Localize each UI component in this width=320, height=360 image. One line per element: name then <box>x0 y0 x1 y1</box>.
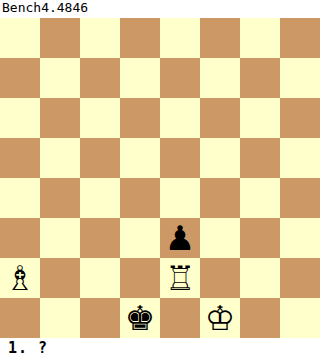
square-g5[interactable] <box>240 138 280 178</box>
square-h4[interactable] <box>280 178 320 218</box>
square-d3[interactable] <box>120 218 160 258</box>
square-c4[interactable] <box>80 178 120 218</box>
chess-app: Bench4.4846 ♟♗♖♚♔ 1. ? <box>0 0 320 360</box>
square-d5[interactable] <box>120 138 160 178</box>
square-a4[interactable] <box>0 178 40 218</box>
square-d7[interactable] <box>120 58 160 98</box>
square-b4[interactable] <box>40 178 80 218</box>
square-f7[interactable] <box>200 58 240 98</box>
square-c5[interactable] <box>80 138 120 178</box>
square-g6[interactable] <box>240 98 280 138</box>
square-c8[interactable] <box>80 18 120 58</box>
window-title: Bench4.4846 <box>0 0 320 18</box>
square-a6[interactable] <box>0 98 40 138</box>
square-e7[interactable] <box>160 58 200 98</box>
square-g8[interactable] <box>240 18 280 58</box>
square-f1[interactable]: ♔ <box>200 298 240 338</box>
square-h2[interactable] <box>280 258 320 298</box>
square-d2[interactable] <box>120 258 160 298</box>
square-h5[interactable] <box>280 138 320 178</box>
square-b5[interactable] <box>40 138 80 178</box>
black-king[interactable]: ♚ <box>125 298 155 338</box>
square-e3[interactable]: ♟ <box>160 218 200 258</box>
square-g1[interactable] <box>240 298 280 338</box>
square-e2[interactable]: ♖ <box>160 258 200 298</box>
white-king[interactable]: ♔ <box>205 298 235 338</box>
square-h7[interactable] <box>280 58 320 98</box>
square-d6[interactable] <box>120 98 160 138</box>
white-rook[interactable]: ♖ <box>165 258 195 298</box>
square-f5[interactable] <box>200 138 240 178</box>
square-f4[interactable] <box>200 178 240 218</box>
square-h8[interactable] <box>280 18 320 58</box>
square-a2[interactable]: ♗ <box>0 258 40 298</box>
square-h1[interactable] <box>280 298 320 338</box>
square-g3[interactable] <box>240 218 280 258</box>
square-g7[interactable] <box>240 58 280 98</box>
square-b7[interactable] <box>40 58 80 98</box>
square-c3[interactable] <box>80 218 120 258</box>
square-a7[interactable] <box>0 58 40 98</box>
square-b3[interactable] <box>40 218 80 258</box>
square-c1[interactable] <box>80 298 120 338</box>
square-f6[interactable] <box>200 98 240 138</box>
square-e5[interactable] <box>160 138 200 178</box>
square-h6[interactable] <box>280 98 320 138</box>
square-f8[interactable] <box>200 18 240 58</box>
square-g2[interactable] <box>240 258 280 298</box>
square-b2[interactable] <box>40 258 80 298</box>
square-a3[interactable] <box>0 218 40 258</box>
square-h3[interactable] <box>280 218 320 258</box>
square-f3[interactable] <box>200 218 240 258</box>
square-b1[interactable] <box>40 298 80 338</box>
black-pawn[interactable]: ♟ <box>165 218 195 258</box>
square-e6[interactable] <box>160 98 200 138</box>
square-c6[interactable] <box>80 98 120 138</box>
square-e4[interactable] <box>160 178 200 218</box>
chess-board: ♟♗♖♚♔ <box>0 18 320 338</box>
white-bishop[interactable]: ♗ <box>5 258 35 298</box>
square-d1[interactable]: ♚ <box>120 298 160 338</box>
move-prompt: 1. ? <box>0 338 320 360</box>
square-c7[interactable] <box>80 58 120 98</box>
square-b8[interactable] <box>40 18 80 58</box>
square-a5[interactable] <box>0 138 40 178</box>
square-d8[interactable] <box>120 18 160 58</box>
square-f2[interactable] <box>200 258 240 298</box>
square-a1[interactable] <box>0 298 40 338</box>
square-e1[interactable] <box>160 298 200 338</box>
square-a8[interactable] <box>0 18 40 58</box>
square-b6[interactable] <box>40 98 80 138</box>
square-d4[interactable] <box>120 178 160 218</box>
square-g4[interactable] <box>240 178 280 218</box>
square-e8[interactable] <box>160 18 200 58</box>
square-c2[interactable] <box>80 258 120 298</box>
